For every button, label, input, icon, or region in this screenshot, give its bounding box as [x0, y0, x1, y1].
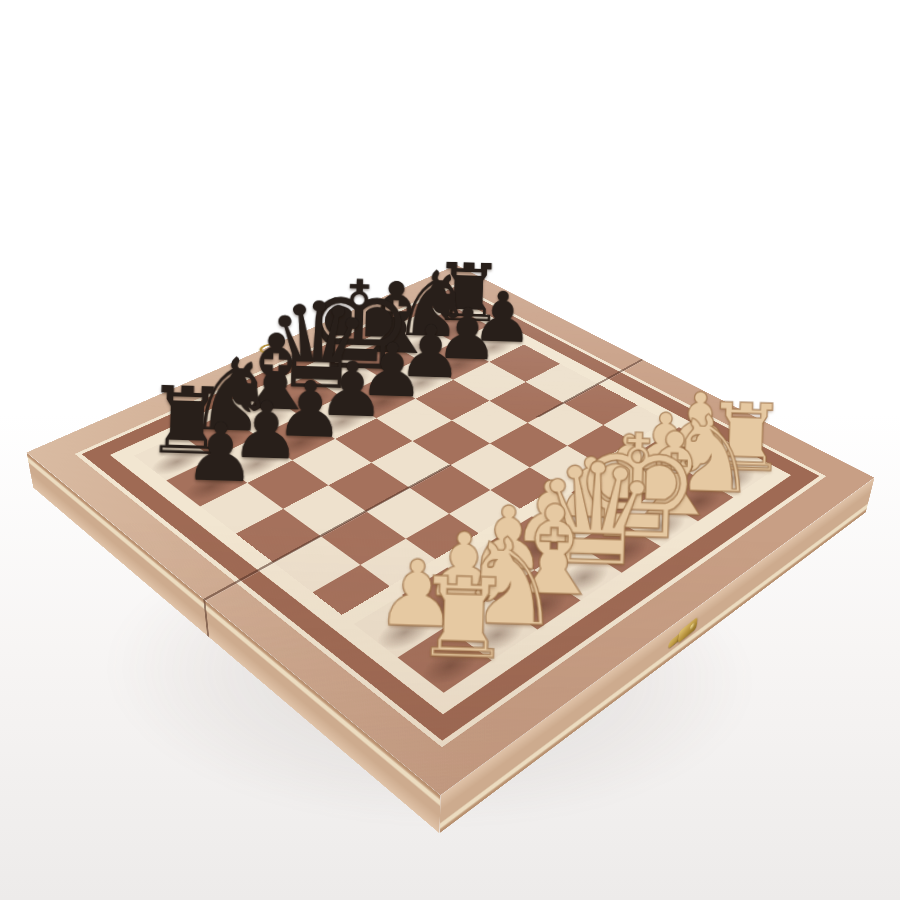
square-h8[interactable]: ♜ [421, 308, 489, 343]
brass-catch-ring [256, 342, 281, 355]
white-rook-a1[interactable]: ♜ [412, 565, 514, 673]
square-h6[interactable] [489, 344, 560, 382]
square-g5[interactable] [490, 382, 564, 423]
piece-shadow [431, 349, 487, 378]
black-pawn-g7[interactable]: ♟ [435, 300, 500, 369]
square-h5[interactable] [526, 364, 599, 403]
piece-shadow [397, 330, 453, 358]
black-pawn-d7[interactable]: ♟ [317, 353, 386, 426]
square-f6[interactable] [415, 380, 489, 421]
black-pawn-h7[interactable]: ♟ [471, 284, 535, 351]
latch-plate [678, 617, 698, 644]
black-rook-h8[interactable]: ♜ [431, 254, 505, 332]
square-e5[interactable] [413, 421, 490, 465]
piece-shadow [359, 347, 416, 376]
black-bishop-f8[interactable]: ♝ [351, 272, 441, 367]
square-f8[interactable]: ♝ [347, 340, 418, 377]
black-pawn-a7[interactable]: ♟ [183, 413, 257, 492]
black-pawn-e7[interactable]: ♟ [358, 334, 426, 406]
piece-shadow [354, 385, 414, 417]
piece-shadow [313, 404, 374, 437]
square-f7[interactable]: ♟ [381, 360, 454, 399]
scene-tilt: ♜♞♝♛♚♝♞♜♟♟♟♟♟♟♟♟♟♟♟♟♟♟♟♟♜♞♝♛♚♝♞♜ [0, 0, 900, 900]
black-knight-g8[interactable]: ♞ [391, 261, 475, 349]
piece-shadow [393, 367, 451, 398]
side-fold-seam [203, 599, 209, 638]
black-king-e8[interactable]: ♚ [302, 267, 415, 386]
square-g8[interactable]: ♞ [385, 324, 455, 360]
piece-shadow [467, 332, 522, 360]
square-h7[interactable]: ♟ [454, 326, 524, 362]
piece-shadow [320, 365, 379, 395]
square-g6[interactable] [453, 362, 526, 401]
square-e8[interactable]: ♚ [308, 357, 381, 396]
square-e6[interactable] [376, 399, 452, 442]
square-f5[interactable] [452, 401, 528, 444]
square-e7[interactable]: ♟ [341, 378, 415, 419]
photo-scene: ♜♞♝♛♚♝♞♜♟♟♟♟♟♟♟♟♟♟♟♟♟♟♟♟♜♞♝♛♚♝♞♜ [0, 0, 900, 900]
black-pawn-f7[interactable]: ♟ [397, 317, 464, 387]
square-g7[interactable]: ♟ [418, 342, 489, 379]
piece-shadow [433, 314, 487, 341]
square-d6[interactable] [335, 418, 412, 462]
square-d7[interactable]: ♟ [301, 396, 377, 438]
